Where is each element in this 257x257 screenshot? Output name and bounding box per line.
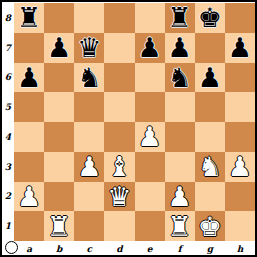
white-pawn[interactable]: ♟ xyxy=(17,183,41,210)
rank-label-3: 3 xyxy=(2,152,14,182)
square-h7[interactable]: ♟ xyxy=(225,33,255,63)
square-d4[interactable] xyxy=(104,122,134,152)
white-rook[interactable]: ♜ xyxy=(47,213,71,240)
file-label-a: a xyxy=(14,242,44,255)
square-g5[interactable] xyxy=(195,92,225,122)
chess-board[interactable]: ♜♜♚♟♛♟♟♟♟♞♞♟♟♟♝♞♟♟♛♟♜♜♚ xyxy=(14,3,255,241)
rank-label-8: 8 xyxy=(2,3,14,33)
square-e5[interactable] xyxy=(135,92,165,122)
square-d8[interactable] xyxy=(104,3,134,33)
square-b5[interactable] xyxy=(44,92,74,122)
square-a4[interactable] xyxy=(14,122,44,152)
black-pawn[interactable]: ♟ xyxy=(17,64,41,91)
square-f4[interactable] xyxy=(165,122,195,152)
file-label-c: c xyxy=(74,242,104,255)
rank-label-1: 1 xyxy=(2,211,14,241)
square-e3[interactable] xyxy=(135,152,165,182)
file-labels: abcdefgh xyxy=(14,242,255,255)
square-d3[interactable]: ♝ xyxy=(104,152,134,182)
square-d6[interactable] xyxy=(104,63,134,93)
square-b3[interactable] xyxy=(44,152,74,182)
square-d7[interactable] xyxy=(104,33,134,63)
square-a2[interactable]: ♟ xyxy=(14,182,44,212)
black-pawn[interactable]: ♟ xyxy=(198,64,222,91)
black-pawn[interactable]: ♟ xyxy=(137,34,161,61)
square-c1[interactable] xyxy=(74,211,104,241)
rank-label-7: 7 xyxy=(2,33,14,63)
white-pawn[interactable]: ♟ xyxy=(137,123,161,150)
black-pawn[interactable]: ♟ xyxy=(47,34,71,61)
square-g1[interactable]: ♚ xyxy=(195,211,225,241)
square-h1[interactable] xyxy=(225,211,255,241)
chess-diagram: 87654321 ♜♜♚♟♛♟♟♟♟♞♞♟♟♟♝♞♟♟♛♟♜♜♚ abcdefg… xyxy=(0,0,257,257)
rank-label-4: 4 xyxy=(2,122,14,152)
black-pawn[interactable]: ♟ xyxy=(168,34,192,61)
black-king[interactable]: ♚ xyxy=(198,4,222,31)
file-label-e: e xyxy=(135,242,165,255)
square-c7[interactable]: ♛ xyxy=(74,33,104,63)
square-c5[interactable] xyxy=(74,92,104,122)
square-g4[interactable] xyxy=(195,122,225,152)
square-g2[interactable] xyxy=(195,182,225,212)
black-rook[interactable]: ♜ xyxy=(17,4,41,31)
square-f7[interactable]: ♟ xyxy=(165,33,195,63)
square-f6[interactable]: ♞ xyxy=(165,63,195,93)
black-knight[interactable]: ♞ xyxy=(77,64,101,91)
white-rook[interactable]: ♜ xyxy=(168,213,192,240)
square-d1[interactable] xyxy=(104,211,134,241)
square-a3[interactable] xyxy=(14,152,44,182)
rank-label-2: 2 xyxy=(2,182,14,212)
white-queen[interactable]: ♛ xyxy=(107,183,131,210)
square-e8[interactable] xyxy=(135,3,165,33)
white-to-move-indicator xyxy=(5,241,18,254)
square-h2[interactable] xyxy=(225,182,255,212)
square-g3[interactable]: ♞ xyxy=(195,152,225,182)
square-e1[interactable] xyxy=(135,211,165,241)
square-f1[interactable]: ♜ xyxy=(165,211,195,241)
square-f3[interactable] xyxy=(165,152,195,182)
white-bishop[interactable]: ♝ xyxy=(107,153,131,180)
black-queen[interactable]: ♛ xyxy=(77,34,101,61)
black-rook[interactable]: ♜ xyxy=(168,4,192,31)
white-pawn[interactable]: ♟ xyxy=(228,153,252,180)
square-b4[interactable] xyxy=(44,122,74,152)
square-e4[interactable]: ♟ xyxy=(135,122,165,152)
square-b8[interactable] xyxy=(44,3,74,33)
square-d5[interactable] xyxy=(104,92,134,122)
file-label-g: g xyxy=(195,242,225,255)
square-h6[interactable] xyxy=(225,63,255,93)
black-pawn[interactable]: ♟ xyxy=(228,34,252,61)
square-a6[interactable]: ♟ xyxy=(14,63,44,93)
square-c4[interactable] xyxy=(74,122,104,152)
rank-label-5: 5 xyxy=(2,92,14,122)
square-a7[interactable] xyxy=(14,33,44,63)
square-f5[interactable] xyxy=(165,92,195,122)
square-c8[interactable] xyxy=(74,3,104,33)
square-h8[interactable] xyxy=(225,3,255,33)
black-knight[interactable]: ♞ xyxy=(168,64,192,91)
square-f2[interactable]: ♟ xyxy=(165,182,195,212)
square-h5[interactable] xyxy=(225,92,255,122)
file-label-b: b xyxy=(44,242,74,255)
rank-label-6: 6 xyxy=(2,63,14,93)
square-b2[interactable] xyxy=(44,182,74,212)
square-c6[interactable]: ♞ xyxy=(74,63,104,93)
square-b1[interactable]: ♜ xyxy=(44,211,74,241)
rank-labels: 87654321 xyxy=(2,3,14,241)
square-e7[interactable]: ♟ xyxy=(135,33,165,63)
file-label-d: d xyxy=(104,242,134,255)
square-e2[interactable] xyxy=(135,182,165,212)
square-g7[interactable] xyxy=(195,33,225,63)
square-b6[interactable] xyxy=(44,63,74,93)
white-pawn[interactable]: ♟ xyxy=(168,183,192,210)
white-king[interactable]: ♚ xyxy=(198,213,222,240)
square-c3[interactable]: ♟ xyxy=(74,152,104,182)
square-h4[interactable] xyxy=(225,122,255,152)
white-pawn[interactable]: ♟ xyxy=(77,153,101,180)
square-a8[interactable]: ♜ xyxy=(14,3,44,33)
file-label-h: h xyxy=(225,242,255,255)
square-b7[interactable]: ♟ xyxy=(44,33,74,63)
square-g6[interactable]: ♟ xyxy=(195,63,225,93)
square-a5[interactable] xyxy=(14,92,44,122)
square-d2[interactable]: ♛ xyxy=(104,182,134,212)
square-h3[interactable]: ♟ xyxy=(225,152,255,182)
square-c2[interactable] xyxy=(74,182,104,212)
square-a1[interactable] xyxy=(14,211,44,241)
white-knight[interactable]: ♞ xyxy=(198,153,222,180)
square-g8[interactable]: ♚ xyxy=(195,3,225,33)
square-e6[interactable] xyxy=(135,63,165,93)
file-label-f: f xyxy=(165,242,195,255)
square-f8[interactable]: ♜ xyxy=(165,3,195,33)
